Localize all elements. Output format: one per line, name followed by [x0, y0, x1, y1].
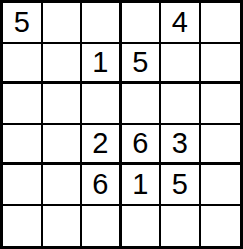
cell-r4c4-given: 6 — [122, 125, 162, 166]
cell-r3c4-empty[interactable] — [122, 84, 162, 125]
cell-r1c4-empty[interactable] — [122, 3, 162, 44]
cell-r6c4-empty[interactable] — [122, 206, 162, 247]
cell-r1c6-empty[interactable] — [201, 3, 241, 44]
cell-r6c2-empty[interactable] — [43, 206, 83, 247]
cell-r3c2-empty[interactable] — [43, 84, 83, 125]
cell-r2c6-empty[interactable] — [201, 44, 241, 85]
cell-r4c3-given: 2 — [82, 125, 122, 166]
cell-r6c3-empty[interactable] — [82, 206, 122, 247]
cell-r3c1-empty[interactable] — [3, 84, 43, 125]
cell-r5c5-given: 5 — [161, 165, 201, 206]
cell-r3c5-empty[interactable] — [161, 84, 201, 125]
cell-r4c1-empty[interactable] — [3, 125, 43, 166]
cell-r2c4-given: 5 — [122, 44, 162, 85]
cell-r2c2-empty[interactable] — [43, 44, 83, 85]
cell-r4c2-empty[interactable] — [43, 125, 83, 166]
cell-r2c1-empty[interactable] — [3, 44, 43, 85]
cell-r3c6-empty[interactable] — [201, 84, 241, 125]
cell-r2c5-empty[interactable] — [161, 44, 201, 85]
cell-r5c6-empty[interactable] — [201, 165, 241, 206]
cell-r1c2-empty[interactable] — [43, 3, 83, 44]
cell-r6c6-empty[interactable] — [201, 206, 241, 247]
cell-r4c5-given: 3 — [161, 125, 201, 166]
cell-r5c3-given: 6 — [82, 165, 122, 206]
cell-r5c1-empty[interactable] — [3, 165, 43, 206]
cell-r2c3-given: 1 — [82, 44, 122, 85]
sudoku-board: 5415263615 — [0, 0, 243, 249]
cell-r3c3-empty[interactable] — [82, 84, 122, 125]
cell-r1c5-given: 4 — [161, 3, 201, 44]
cell-r1c1-given: 5 — [3, 3, 43, 44]
cell-r4c6-empty[interactable] — [201, 125, 241, 166]
cell-r6c5-empty[interactable] — [161, 206, 201, 247]
cell-r1c3-empty[interactable] — [82, 3, 122, 44]
cell-r5c4-given: 1 — [122, 165, 162, 206]
cell-r6c1-empty[interactable] — [3, 206, 43, 247]
cell-r5c2-empty[interactable] — [43, 165, 83, 206]
